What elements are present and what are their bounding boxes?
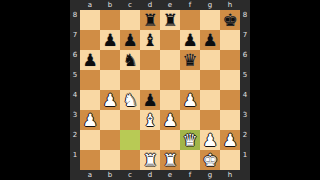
rank-label-2: 2 — [240, 130, 250, 150]
square-c2[interactable] — [120, 130, 140, 150]
square-h2[interactable]: ♟ — [220, 130, 240, 150]
square-e2[interactable] — [160, 130, 180, 150]
piece-white-pawn[interactable]: ♟ — [182, 92, 197, 109]
square-e8[interactable]: ♜ — [160, 10, 180, 30]
rank-label-5: 5 — [240, 70, 250, 90]
piece-white-king[interactable]: ♚ — [202, 152, 217, 169]
square-c5[interactable] — [120, 70, 140, 90]
piece-black-bishop[interactable]: ♝ — [142, 32, 157, 49]
square-h8[interactable]: ♚ — [220, 10, 240, 30]
file-label-b: b — [100, 0, 120, 10]
square-b5[interactable] — [100, 70, 120, 90]
piece-black-pawn[interactable]: ♟ — [82, 52, 97, 69]
square-e4[interactable] — [160, 90, 180, 110]
file-label-g: g — [200, 170, 220, 180]
square-f7[interactable]: ♟ — [180, 30, 200, 50]
rank-label-7: 7 — [240, 30, 250, 50]
square-f5[interactable] — [180, 70, 200, 90]
piece-white-queen[interactable]: ♛ — [182, 132, 197, 149]
file-label-g: g — [200, 0, 220, 10]
square-h4[interactable] — [220, 90, 240, 110]
chess-board: ♜♜♚♟♟♝♟♟♟♞♛♟♞♟♟♟♝♟♛♟♟♜♜♚ — [80, 10, 240, 170]
square-a2[interactable] — [80, 130, 100, 150]
rank-label-1: 1 — [70, 150, 80, 170]
square-b8[interactable] — [100, 10, 120, 30]
rank-labels-left: 87654321 — [70, 10, 80, 170]
square-g5[interactable] — [200, 70, 220, 90]
file-label-h: h — [220, 170, 240, 180]
square-d3[interactable]: ♝ — [140, 110, 160, 130]
square-g2[interactable]: ♟ — [200, 130, 220, 150]
square-e1[interactable]: ♜ — [160, 150, 180, 170]
square-f6[interactable]: ♛ — [180, 50, 200, 70]
square-c3[interactable] — [120, 110, 140, 130]
square-g4[interactable] — [200, 90, 220, 110]
rank-labels-right: 87654321 — [240, 10, 250, 170]
square-b3[interactable] — [100, 110, 120, 130]
square-e7[interactable] — [160, 30, 180, 50]
square-d2[interactable] — [140, 130, 160, 150]
file-label-e: e — [160, 170, 180, 180]
square-d1[interactable]: ♜ — [140, 150, 160, 170]
square-e3[interactable]: ♟ — [160, 110, 180, 130]
square-b2[interactable] — [100, 130, 120, 150]
piece-black-pawn[interactable]: ♟ — [122, 32, 137, 49]
square-c8[interactable] — [120, 10, 140, 30]
square-g8[interactable] — [200, 10, 220, 30]
square-f8[interactable] — [180, 10, 200, 30]
piece-black-rook[interactable]: ♜ — [162, 12, 177, 29]
piece-white-rook[interactable]: ♜ — [162, 152, 177, 169]
file-labels-bottom: abcdefgh — [80, 170, 240, 180]
square-c7[interactable]: ♟ — [120, 30, 140, 50]
file-label-e: e — [160, 0, 180, 10]
piece-white-knight[interactable]: ♞ — [122, 92, 137, 109]
square-a1[interactable] — [80, 150, 100, 170]
square-g3[interactable] — [200, 110, 220, 130]
rank-label-3: 3 — [240, 110, 250, 130]
square-f2[interactable]: ♛ — [180, 130, 200, 150]
file-labels-top: abcdefgh — [80, 0, 240, 10]
square-a5[interactable] — [80, 70, 100, 90]
square-h1[interactable] — [220, 150, 240, 170]
piece-black-pawn[interactable]: ♟ — [102, 32, 117, 49]
square-d5[interactable] — [140, 70, 160, 90]
piece-black-rook[interactable]: ♜ — [142, 12, 157, 29]
rank-label-8: 8 — [240, 10, 250, 30]
square-b6[interactable] — [100, 50, 120, 70]
piece-white-pawn[interactable]: ♟ — [222, 132, 237, 149]
square-a6[interactable]: ♟ — [80, 50, 100, 70]
file-label-c: c — [120, 0, 140, 10]
square-f1[interactable] — [180, 150, 200, 170]
square-g6[interactable] — [200, 50, 220, 70]
square-e5[interactable] — [160, 70, 180, 90]
square-b1[interactable] — [100, 150, 120, 170]
page-background: abcdefgh abcdefgh 87654321 87654321 ♜♜♚♟… — [0, 0, 320, 180]
square-g1[interactable]: ♚ — [200, 150, 220, 170]
rank-label-1: 1 — [240, 150, 250, 170]
piece-black-pawn[interactable]: ♟ — [142, 92, 157, 109]
square-a8[interactable] — [80, 10, 100, 30]
file-label-a: a — [80, 170, 100, 180]
file-label-d: d — [140, 0, 160, 10]
rank-label-6: 6 — [240, 50, 250, 70]
piece-white-pawn[interactable]: ♟ — [202, 132, 217, 149]
piece-white-pawn[interactable]: ♟ — [162, 112, 177, 129]
piece-white-bishop[interactable]: ♝ — [142, 112, 157, 129]
file-label-a: a — [80, 0, 100, 10]
square-g7[interactable]: ♟ — [200, 30, 220, 50]
square-h5[interactable] — [220, 70, 240, 90]
file-label-f: f — [180, 170, 200, 180]
square-a7[interactable] — [80, 30, 100, 50]
file-label-d: d — [140, 170, 160, 180]
piece-white-pawn[interactable]: ♟ — [102, 92, 117, 109]
piece-black-pawn[interactable]: ♟ — [202, 32, 217, 49]
piece-black-king[interactable]: ♚ — [222, 12, 237, 29]
square-b7[interactable]: ♟ — [100, 30, 120, 50]
square-d4[interactable]: ♟ — [140, 90, 160, 110]
square-d7[interactable]: ♝ — [140, 30, 160, 50]
rank-label-8: 8 — [70, 10, 80, 30]
piece-black-pawn[interactable]: ♟ — [182, 32, 197, 49]
rank-label-4: 4 — [70, 90, 80, 110]
piece-black-queen[interactable]: ♛ — [182, 52, 197, 69]
file-label-b: b — [100, 170, 120, 180]
square-b4[interactable]: ♟ — [100, 90, 120, 110]
square-c4[interactable]: ♞ — [120, 90, 140, 110]
square-h3[interactable] — [220, 110, 240, 130]
square-a3[interactable]: ♟ — [80, 110, 100, 130]
rank-label-2: 2 — [70, 130, 80, 150]
square-f3[interactable] — [180, 110, 200, 130]
square-e6[interactable] — [160, 50, 180, 70]
rank-label-7: 7 — [70, 30, 80, 50]
file-label-h: h — [220, 0, 240, 10]
square-d8[interactable]: ♜ — [140, 10, 160, 30]
square-d6[interactable] — [140, 50, 160, 70]
square-a4[interactable] — [80, 90, 100, 110]
square-h6[interactable] — [220, 50, 240, 70]
square-f4[interactable]: ♟ — [180, 90, 200, 110]
rank-label-5: 5 — [70, 70, 80, 90]
rank-label-6: 6 — [70, 50, 80, 70]
rank-label-3: 3 — [70, 110, 80, 130]
square-c6[interactable]: ♞ — [120, 50, 140, 70]
file-label-f: f — [180, 0, 200, 10]
piece-white-rook[interactable]: ♜ — [142, 152, 157, 169]
file-label-c: c — [120, 170, 140, 180]
square-c1[interactable] — [120, 150, 140, 170]
piece-black-knight[interactable]: ♞ — [122, 52, 137, 69]
rank-label-4: 4 — [240, 90, 250, 110]
square-h7[interactable] — [220, 30, 240, 50]
piece-white-pawn[interactable]: ♟ — [82, 112, 97, 129]
